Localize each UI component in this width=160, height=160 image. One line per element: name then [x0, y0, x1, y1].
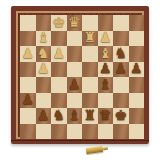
piece-white-bishop: ♝ [99, 46, 112, 60]
square-a5 [20, 62, 36, 78]
square-f7: ♟ [98, 31, 114, 47]
square-f3 [98, 93, 114, 109]
square-h6 [129, 46, 145, 62]
square-g8 [113, 15, 129, 31]
square-e6 [82, 46, 98, 62]
piece-black-bishop: ♝ [68, 108, 81, 122]
board-walnut-trim: ♚♛♝♜♟♟♞♟♝♞♟♟♟♟♟♝♟♟♞♝♜♛♚ [16, 11, 144, 139]
piece-black-knight: ♞ [114, 46, 127, 60]
square-g2: ♚ [113, 108, 129, 124]
piece-black-pawn: ♟ [99, 61, 112, 75]
square-c7 [51, 31, 67, 47]
square-e8 [82, 15, 98, 31]
piece-black-king: ♚ [114, 108, 127, 122]
board-fold-seam [11, 140, 149, 141]
piece-white-pawn: ♟ [52, 46, 65, 60]
square-g6: ♞ [113, 46, 129, 62]
square-h7 [129, 31, 145, 47]
square-g7 [113, 31, 129, 47]
square-c5 [51, 62, 67, 78]
square-e3 [82, 93, 98, 109]
square-h8 [129, 15, 145, 31]
square-g5: ♟ [113, 62, 129, 78]
square-b1 [36, 124, 52, 140]
square-f2: ♛ [98, 108, 114, 124]
square-d4: ♟ [67, 77, 83, 93]
square-a8 [20, 15, 36, 31]
square-a7 [20, 31, 36, 47]
square-c4 [51, 77, 67, 93]
square-b8 [36, 15, 52, 31]
piece-black-pawn: ♟ [21, 92, 34, 106]
piece-white-pawn: ♟ [21, 46, 34, 60]
square-c3 [51, 93, 67, 109]
piece-black-knight: ♞ [52, 108, 65, 122]
piece-black-pawn: ♟ [68, 77, 81, 91]
square-d2: ♝ [67, 108, 83, 124]
square-d1 [67, 124, 83, 140]
brass-latch-pin-icon [103, 147, 108, 151]
square-g4 [113, 77, 129, 93]
square-h3 [129, 93, 145, 109]
piece-white-king: ♚ [52, 15, 65, 29]
square-b2: ♟ [36, 108, 52, 124]
piece-white-pawn: ♟ [37, 61, 50, 75]
square-d5 [67, 62, 83, 78]
square-g1 [113, 124, 129, 140]
square-c1 [51, 124, 67, 140]
piece-black-pawn: ♟ [37, 108, 50, 122]
piece-black-queen: ♛ [99, 108, 112, 122]
piece-black-pawn: ♟ [130, 61, 143, 75]
square-g3 [113, 93, 129, 109]
square-d6 [67, 46, 83, 62]
square-d7 [67, 31, 83, 47]
square-e5 [82, 62, 98, 78]
piece-white-rook: ♜ [83, 30, 96, 44]
square-f4: ♝ [98, 77, 114, 93]
piece-black-bishop: ♝ [99, 77, 112, 91]
square-a4 [20, 77, 36, 93]
square-e2: ♜ [82, 108, 98, 124]
square-c8: ♚ [51, 15, 67, 31]
square-b3 [36, 93, 52, 109]
square-d8: ♛ [67, 15, 83, 31]
piece-white-knight: ♞ [37, 46, 50, 60]
square-h1 [129, 124, 145, 140]
piece-black-pawn: ♟ [114, 61, 127, 75]
chess-board: ♚♛♝♜♟♟♞♟♝♞♟♟♟♟♟♝♟♟♞♝♜♛♚ [11, 6, 149, 144]
square-b7: ♝ [36, 31, 52, 47]
piece-white-pawn: ♟ [99, 30, 112, 44]
square-e1 [82, 124, 98, 140]
square-b4 [36, 77, 52, 93]
square-e7: ♜ [82, 31, 98, 47]
square-c6: ♟ [51, 46, 67, 62]
chess-set-photo-scene: ♚♛♝♜♟♟♞♟♝♞♟♟♟♟♟♝♟♟♞♝♜♛♚ [0, 0, 160, 160]
square-b6: ♞ [36, 46, 52, 62]
square-c2: ♞ [51, 108, 67, 124]
piece-white-queen: ♛ [68, 15, 81, 29]
square-h2 [129, 108, 145, 124]
square-a6: ♟ [20, 46, 36, 62]
square-d3 [67, 93, 83, 109]
square-f8 [98, 15, 114, 31]
board-grid: ♚♛♝♜♟♟♞♟♝♞♟♟♟♟♟♝♟♟♞♝♜♛♚ [20, 15, 144, 139]
square-b5: ♟ [36, 62, 52, 78]
square-a3: ♟ [20, 93, 36, 109]
square-h5: ♟ [129, 62, 145, 78]
square-h4 [129, 77, 145, 93]
square-e4 [82, 77, 98, 93]
piece-black-rook: ♜ [83, 108, 96, 122]
square-f5: ♟ [98, 62, 114, 78]
square-f1 [98, 124, 114, 140]
square-a1 [20, 124, 36, 140]
square-f6: ♝ [98, 46, 114, 62]
square-a2 [20, 108, 36, 124]
brass-latch-icon [86, 146, 104, 154]
piece-white-bishop: ♝ [37, 30, 50, 44]
